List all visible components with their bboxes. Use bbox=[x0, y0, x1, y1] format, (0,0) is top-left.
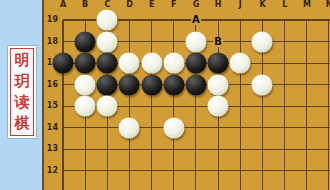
screenshot-root: 明玥读棋 AB ABCDEFGHJKLMN1918171615141312 bbox=[0, 0, 330, 190]
intersection-H16 bbox=[207, 74, 229, 96]
white-stone-C18 bbox=[97, 31, 118, 52]
col-label-F: F bbox=[165, 0, 183, 9]
white-stone-K18 bbox=[252, 31, 273, 52]
white-stone-G18 bbox=[185, 31, 206, 52]
row-label-18: 18 bbox=[42, 37, 58, 47]
col-label-E: E bbox=[143, 0, 161, 9]
intersection-F17 bbox=[163, 52, 185, 74]
black-stone-H17 bbox=[208, 53, 229, 74]
intersection-D14 bbox=[118, 117, 140, 139]
intersection-B17 bbox=[74, 52, 96, 74]
col-label-M: M bbox=[298, 0, 316, 9]
white-stone-H16 bbox=[208, 74, 229, 95]
row-label-13: 13 bbox=[42, 144, 58, 154]
intersection-E17 bbox=[141, 52, 163, 74]
black-stone-A17 bbox=[52, 53, 73, 74]
intersection-M13 bbox=[296, 139, 318, 161]
intersection-L19 bbox=[273, 9, 295, 31]
intersection-N17 bbox=[318, 52, 330, 74]
black-stone-C16 bbox=[97, 74, 118, 95]
intersection-E12 bbox=[141, 160, 163, 182]
intersection-D16 bbox=[118, 74, 140, 96]
intersection-belowB bbox=[74, 182, 96, 190]
intersection-D18 bbox=[118, 31, 140, 53]
intersection-L16 bbox=[273, 74, 295, 96]
col-label-G: G bbox=[187, 0, 205, 9]
intersection-M12 bbox=[296, 160, 318, 182]
intersection-F13 bbox=[163, 139, 185, 161]
white-stone-B16 bbox=[75, 74, 96, 95]
intersection-belowE bbox=[141, 182, 163, 190]
intersection-C16 bbox=[96, 74, 118, 96]
col-label-N: N bbox=[320, 0, 330, 9]
intersection-B14 bbox=[74, 117, 96, 139]
brand-char-2: 读 bbox=[15, 92, 30, 113]
intersection-J14 bbox=[229, 117, 251, 139]
intersection-belowA bbox=[52, 182, 74, 190]
white-stone-F14 bbox=[163, 117, 184, 138]
annotation-marker-B: B bbox=[213, 37, 223, 47]
intersection-G16 bbox=[185, 74, 207, 96]
intersection-C18 bbox=[96, 31, 118, 53]
brand-char-3: 棋 bbox=[15, 113, 30, 134]
intersection-belowD bbox=[118, 182, 140, 190]
black-stone-E16 bbox=[141, 74, 162, 95]
intersection-K17 bbox=[251, 52, 273, 74]
intersection-K19 bbox=[251, 9, 273, 31]
intersection-N12 bbox=[318, 160, 330, 182]
intersection-G12 bbox=[185, 160, 207, 182]
intersection-E18 bbox=[141, 31, 163, 53]
intersection-D15 bbox=[118, 95, 140, 117]
intersection-L13 bbox=[273, 139, 295, 161]
annotation-marker-A: A bbox=[191, 15, 201, 25]
row-label-12: 12 bbox=[42, 166, 58, 176]
black-stone-D16 bbox=[119, 74, 140, 95]
intersection-E19 bbox=[141, 9, 163, 31]
col-label-J: J bbox=[231, 0, 249, 9]
intersection-C15 bbox=[96, 95, 118, 117]
col-label-D: D bbox=[121, 0, 139, 9]
intersection-B16 bbox=[74, 74, 96, 96]
intersection-N16 bbox=[318, 74, 330, 96]
intersection-H18: B bbox=[207, 31, 229, 53]
go-board: AB ABCDEFGHJKLMN1918171615141312 bbox=[42, 0, 330, 190]
intersection-H17 bbox=[207, 52, 229, 74]
intersection-C13 bbox=[96, 139, 118, 161]
col-label-A: A bbox=[54, 0, 72, 9]
brand-char-1: 玥 bbox=[15, 71, 30, 92]
intersection-belowG bbox=[185, 182, 207, 190]
white-stone-B15 bbox=[75, 96, 96, 117]
intersection-belowF bbox=[163, 182, 185, 190]
intersection-G14 bbox=[185, 117, 207, 139]
intersection-K12 bbox=[251, 160, 273, 182]
intersection-belowL bbox=[273, 182, 295, 190]
intersection-L14 bbox=[273, 117, 295, 139]
intersection-belowM bbox=[296, 182, 318, 190]
intersection-A17 bbox=[52, 52, 74, 74]
intersection-D12 bbox=[118, 160, 140, 182]
row-label-19: 19 bbox=[42, 15, 58, 25]
intersection-M14 bbox=[296, 117, 318, 139]
intersection-M18 bbox=[296, 31, 318, 53]
intersection-C19 bbox=[96, 9, 118, 31]
col-label-B: B bbox=[76, 0, 94, 9]
col-label-L: L bbox=[276, 0, 294, 9]
intersection-N19 bbox=[318, 9, 330, 31]
intersection-J19 bbox=[229, 9, 251, 31]
row-label-16: 16 bbox=[42, 80, 58, 90]
intersection-M19 bbox=[296, 9, 318, 31]
intersection-K14 bbox=[251, 117, 273, 139]
white-stone-E17 bbox=[141, 53, 162, 74]
intersection-H19 bbox=[207, 9, 229, 31]
white-stone-K16 bbox=[252, 74, 273, 95]
intersection-J17 bbox=[229, 52, 251, 74]
intersection-H14 bbox=[207, 117, 229, 139]
col-label-C: C bbox=[98, 0, 116, 9]
intersection-L17 bbox=[273, 52, 295, 74]
intersection-G18 bbox=[185, 31, 207, 53]
intersection-M16 bbox=[296, 74, 318, 96]
intersection-H12 bbox=[207, 160, 229, 182]
intersection-N13 bbox=[318, 139, 330, 161]
intersection-B13 bbox=[74, 139, 96, 161]
intersection-E16 bbox=[141, 74, 163, 96]
intersection-F12 bbox=[163, 160, 185, 182]
col-label-H: H bbox=[209, 0, 227, 9]
intersection-K18 bbox=[251, 31, 273, 53]
black-stone-F16 bbox=[163, 74, 184, 95]
row-label-15: 15 bbox=[42, 101, 58, 111]
brand-char-0: 明 bbox=[15, 50, 30, 71]
intersection-N18 bbox=[318, 31, 330, 53]
intersection-B12 bbox=[74, 160, 96, 182]
intersection-N14 bbox=[318, 117, 330, 139]
intersection-E13 bbox=[141, 139, 163, 161]
intersection-G13 bbox=[185, 139, 207, 161]
intersection-E15 bbox=[141, 95, 163, 117]
intersection-C17 bbox=[96, 52, 118, 74]
intersection-H15 bbox=[207, 95, 229, 117]
intersection-D13 bbox=[118, 139, 140, 161]
intersection-J16 bbox=[229, 74, 251, 96]
intersection-N15 bbox=[318, 95, 330, 117]
intersection-G19: A bbox=[185, 9, 207, 31]
white-stone-F17 bbox=[163, 53, 184, 74]
intersection-L12 bbox=[273, 160, 295, 182]
white-stone-C15 bbox=[97, 96, 118, 117]
black-stone-B17 bbox=[75, 53, 96, 74]
intersection-D17 bbox=[118, 52, 140, 74]
intersection-K16 bbox=[251, 74, 273, 96]
intersection-L15 bbox=[273, 95, 295, 117]
intersection-G15 bbox=[185, 95, 207, 117]
intersection-belowH bbox=[207, 182, 229, 190]
white-stone-D14 bbox=[119, 117, 140, 138]
intersection-F19 bbox=[163, 9, 185, 31]
white-stone-C19 bbox=[97, 9, 118, 30]
intersection-belowN bbox=[318, 182, 330, 190]
brand-panel: 明玥读棋 bbox=[0, 0, 42, 190]
intersection-F18 bbox=[163, 31, 185, 53]
black-stone-C17 bbox=[97, 53, 118, 74]
intersection-F14 bbox=[163, 117, 185, 139]
intersection-J12 bbox=[229, 160, 251, 182]
intersection-L18 bbox=[273, 31, 295, 53]
intersection-B19 bbox=[74, 9, 96, 31]
intersection-D19 bbox=[118, 9, 140, 31]
intersection-B15 bbox=[74, 95, 96, 117]
intersection-belowK bbox=[251, 182, 273, 190]
intersection-E14 bbox=[141, 117, 163, 139]
intersection-belowJ bbox=[229, 182, 251, 190]
intersection-K13 bbox=[251, 139, 273, 161]
intersection-C14 bbox=[96, 117, 118, 139]
intersection-K15 bbox=[251, 95, 273, 117]
intersection-G17 bbox=[185, 52, 207, 74]
black-stone-G16 bbox=[185, 74, 206, 95]
intersection-F16 bbox=[163, 74, 185, 96]
intersection-C12 bbox=[96, 160, 118, 182]
col-label-K: K bbox=[254, 0, 272, 9]
intersection-M17 bbox=[296, 52, 318, 74]
black-stone-G17 bbox=[185, 53, 206, 74]
intersection-F15 bbox=[163, 95, 185, 117]
intersection-H13 bbox=[207, 139, 229, 161]
black-stone-B18 bbox=[75, 31, 96, 52]
intersection-J15 bbox=[229, 95, 251, 117]
brand-box: 明玥读棋 bbox=[7, 45, 37, 139]
white-stone-H15 bbox=[208, 96, 229, 117]
intersection-M15 bbox=[296, 95, 318, 117]
intersection-B18 bbox=[74, 31, 96, 53]
white-stone-D17 bbox=[119, 53, 140, 74]
row-label-14: 14 bbox=[42, 123, 58, 133]
intersection-J13 bbox=[229, 139, 251, 161]
go-grid: AB bbox=[52, 9, 330, 190]
brand-text: 明玥读棋 bbox=[8, 46, 36, 138]
intersection-belowC bbox=[96, 182, 118, 190]
white-stone-J17 bbox=[230, 53, 251, 74]
board-left-edge bbox=[42, 0, 44, 190]
intersection-J18 bbox=[229, 31, 251, 53]
